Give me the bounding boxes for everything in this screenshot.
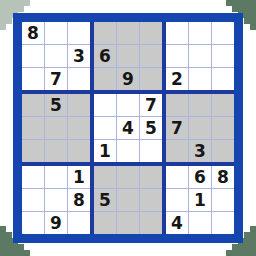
sudoku-box-9: 6814	[166, 166, 234, 234]
sudoku-cell-r3c6[interactable]	[140, 68, 162, 90]
sudoku-cell-r4c3[interactable]	[68, 94, 90, 116]
sudoku-cell-r4c2[interactable]: 5	[45, 94, 67, 116]
sudoku-cell-r6c1[interactable]	[22, 140, 44, 162]
sudoku-cell-r1c4[interactable]	[94, 22, 116, 44]
sudoku-cell-r9c4[interactable]	[94, 212, 116, 234]
sudoku-box-5: 7451	[94, 94, 162, 162]
app-background: 837692574517318956814	[0, 0, 256, 256]
sudoku-cell-r1c9[interactable]	[212, 22, 234, 44]
sudoku-cell-r4c4[interactable]	[94, 94, 116, 116]
sudoku-cell-r5c7[interactable]: 7	[166, 117, 188, 139]
sudoku-cell-r7c3[interactable]: 1	[68, 166, 90, 188]
sudoku-cell-r8c3[interactable]: 8	[68, 189, 90, 211]
sudoku-cell-r7c9[interactable]: 8	[212, 166, 234, 188]
sudoku-cell-r1c5[interactable]	[117, 22, 139, 44]
sudoku-cell-r4c9[interactable]	[212, 94, 234, 116]
sudoku-cell-r4c1[interactable]	[22, 94, 44, 116]
sudoku-cell-r5c1[interactable]	[22, 117, 44, 139]
sudoku-cell-r2c5[interactable]	[117, 45, 139, 67]
sudoku-cell-r5c3[interactable]	[68, 117, 90, 139]
sudoku-cell-r6c7[interactable]	[166, 140, 188, 162]
sudoku-cell-r1c2[interactable]	[45, 22, 67, 44]
sudoku-cell-r9c2[interactable]: 9	[45, 212, 67, 234]
sudoku-cell-r3c2[interactable]: 7	[45, 68, 67, 90]
sudoku-cell-r6c6[interactable]	[140, 140, 162, 162]
sudoku-cell-r4c8[interactable]	[189, 94, 211, 116]
sudoku-cell-r6c4[interactable]: 1	[94, 140, 116, 162]
sudoku-cell-r8c8[interactable]: 1	[189, 189, 211, 211]
sudoku-box-7: 189	[22, 166, 90, 234]
sudoku-cell-r6c8[interactable]: 3	[189, 140, 211, 162]
sudoku-cell-r1c3[interactable]	[68, 22, 90, 44]
sudoku-cell-r7c6[interactable]	[140, 166, 162, 188]
sudoku-cell-r2c9[interactable]	[212, 45, 234, 67]
sudoku-cell-r9c5[interactable]	[117, 212, 139, 234]
sudoku-cell-r2c3[interactable]: 3	[68, 45, 90, 67]
sudoku-cell-r8c7[interactable]	[166, 189, 188, 211]
sudoku-cell-r3c5[interactable]: 9	[117, 68, 139, 90]
sudoku-box-3: 2	[166, 22, 234, 90]
sudoku-cell-r8c1[interactable]	[22, 189, 44, 211]
sudoku-cell-r2c4[interactable]: 6	[94, 45, 116, 67]
sudoku-cell-r5c9[interactable]	[212, 117, 234, 139]
sudoku-cell-r6c9[interactable]	[212, 140, 234, 162]
sudoku-cell-r5c4[interactable]	[94, 117, 116, 139]
sudoku-cell-r8c9[interactable]	[212, 189, 234, 211]
sudoku-cell-r9c3[interactable]	[68, 212, 90, 234]
sudoku-box-6: 73	[166, 94, 234, 162]
sudoku-cell-r7c8[interactable]: 6	[189, 166, 211, 188]
sudoku-cell-r1c6[interactable]	[140, 22, 162, 44]
sudoku-cell-r7c5[interactable]	[117, 166, 139, 188]
sudoku-cell-r8c2[interactable]	[45, 189, 67, 211]
sudoku-cell-r7c4[interactable]	[94, 166, 116, 188]
sudoku-cell-r7c7[interactable]	[166, 166, 188, 188]
sudoku-cell-r2c2[interactable]	[45, 45, 67, 67]
sudoku-cell-r5c6[interactable]: 5	[140, 117, 162, 139]
sudoku-cell-r5c8[interactable]	[189, 117, 211, 139]
sudoku-cell-r8c6[interactable]	[140, 189, 162, 211]
sudoku-cell-r2c1[interactable]	[22, 45, 44, 67]
sudoku-cell-r2c7[interactable]	[166, 45, 188, 67]
sudoku-cell-r1c8[interactable]	[189, 22, 211, 44]
sudoku-board: 837692574517318956814	[13, 13, 243, 243]
sudoku-cell-r6c2[interactable]	[45, 140, 67, 162]
sudoku-cell-r2c8[interactable]	[189, 45, 211, 67]
sudoku-cell-r5c2[interactable]	[45, 117, 67, 139]
sudoku-cell-r4c5[interactable]	[117, 94, 139, 116]
sudoku-cell-r4c6[interactable]: 7	[140, 94, 162, 116]
sudoku-cell-r4c7[interactable]	[166, 94, 188, 116]
sudoku-cell-r6c5[interactable]	[117, 140, 139, 162]
sudoku-cell-r3c9[interactable]	[212, 68, 234, 90]
sudoku-cell-r9c1[interactable]	[22, 212, 44, 234]
sudoku-cell-r3c3[interactable]	[68, 68, 90, 90]
sudoku-box-2: 69	[94, 22, 162, 90]
sudoku-cell-r9c6[interactable]	[140, 212, 162, 234]
sudoku-cell-r3c7[interactable]: 2	[166, 68, 188, 90]
sudoku-cell-r7c1[interactable]	[22, 166, 44, 188]
sudoku-cell-r8c4[interactable]: 5	[94, 189, 116, 211]
sudoku-cell-r5c5[interactable]: 4	[117, 117, 139, 139]
sudoku-cell-r3c4[interactable]	[94, 68, 116, 90]
sudoku-cell-r9c8[interactable]	[189, 212, 211, 234]
sudoku-cell-r7c2[interactable]	[45, 166, 67, 188]
sudoku-cell-r9c9[interactable]	[212, 212, 234, 234]
sudoku-cell-r8c5[interactable]	[117, 189, 139, 211]
sudoku-cell-r6c3[interactable]	[68, 140, 90, 162]
sudoku-cell-r9c7[interactable]: 4	[166, 212, 188, 234]
sudoku-box-8: 5	[94, 166, 162, 234]
sudoku-cell-r3c8[interactable]	[189, 68, 211, 90]
sudoku-cell-r1c7[interactable]	[166, 22, 188, 44]
sudoku-box-1: 837	[22, 22, 90, 90]
sudoku-cell-r3c1[interactable]	[22, 68, 44, 90]
sudoku-cell-r1c1[interactable]: 8	[22, 22, 44, 44]
sudoku-box-4: 5	[22, 94, 90, 162]
sudoku-cell-r2c6[interactable]	[140, 45, 162, 67]
